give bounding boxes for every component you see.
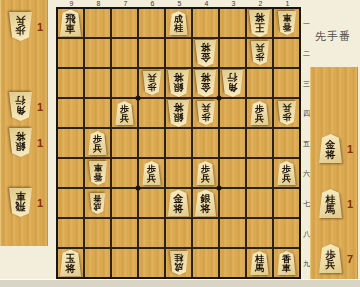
shogi-piece[interactable]: 歩兵 [196,101,216,125]
captured-count: 1 [33,137,47,149]
shogi-app: 歩兵1角行1銀将1飛車1 987654321 飛車成桂王将香車金将歩兵歩兵銀将金… [0,0,360,287]
piece-kanji: 歩兵 [196,161,216,185]
board-cell[interactable] [58,219,83,247]
board-cell[interactable] [139,9,164,37]
shogi-piece[interactable]: 成桂 [169,251,189,275]
board-cell[interactable] [112,159,137,187]
board-cell[interactable] [85,249,110,277]
piece-kanji: 歩兵 [88,131,108,155]
shogi-piece[interactable]: 成香 [89,193,106,214]
board-cell[interactable] [193,9,218,37]
shogi-piece[interactable]: 歩兵 [277,161,297,185]
piece-kanji: 飛車 [8,188,33,217]
shogi-piece[interactable]: 歩兵 [277,101,297,125]
turn-indicator: 先手番 [308,29,358,44]
bottom-bar [0,279,360,287]
shogi-piece[interactable]: 桂馬 [250,251,270,275]
file-label: 8 [85,0,112,7]
star-point [217,186,222,191]
shogi-piece[interactable]: 銀将 [167,70,190,97]
shogi-piece[interactable]: 歩兵 [250,41,270,65]
shogi-piece[interactable]: 成桂 [169,11,189,35]
shogi-piece[interactable]: 香車 [88,161,108,185]
shogi-piece[interactable]: 金将 [318,134,343,163]
board-cell[interactable] [193,219,218,247]
file-label: 1 [274,0,301,7]
piece-kanji: 角行 [221,70,244,97]
piece-kanji: 歩兵 [196,101,216,125]
piece-kanji: 成桂 [169,251,189,275]
piece-kanji: 歩兵 [318,244,343,273]
board-cell[interactable] [220,99,245,127]
piece-kanji: 銀将 [167,70,190,97]
captured-count: 1 [33,21,47,33]
shogi-piece[interactable]: 飛車 [8,188,33,217]
shogi-piece[interactable]: 香車 [277,251,297,275]
shogi-piece[interactable]: 銀将 [194,190,217,217]
board-cell[interactable] [247,69,272,97]
shogi-piece[interactable]: 歩兵 [250,101,270,125]
file-label: 5 [166,0,193,7]
board-cell[interactable] [139,39,164,67]
board-cell[interactable] [112,39,137,67]
shogi-piece[interactable]: 角行 [221,70,244,97]
piece-kanji: 王将 [248,10,271,37]
captured-count: 1 [33,101,47,113]
captured-count: 1 [343,198,357,210]
board-cell[interactable] [112,69,137,97]
board-cell[interactable] [139,99,164,127]
shogi-board: 飛車成桂王将香車金将歩兵歩兵銀将金将角行歩兵銀将歩兵歩兵歩兵歩兵香車歩兵歩兵歩兵… [56,7,301,279]
shogi-piece[interactable]: 王将 [248,10,271,37]
board-cell[interactable] [220,189,245,217]
piece-kanji: 歩兵 [115,101,135,125]
sente-captured-tray: 金将1桂馬1歩兵7 [310,67,358,280]
board-cell[interactable] [139,249,164,277]
shogi-piece[interactable]: 金将 [194,40,217,67]
board-cell[interactable] [139,189,164,217]
piece-kanji: 銀将 [167,100,190,127]
piece-kanji: 歩兵 [277,161,297,185]
board-cell[interactable] [85,39,110,67]
board-cell[interactable] [193,129,218,157]
file-label: 4 [193,0,220,7]
piece-kanji: 成桂 [169,11,189,35]
board-cell[interactable] [247,159,272,187]
board-cell[interactable] [85,99,110,127]
board-cell[interactable] [112,219,137,247]
board-cell[interactable] [85,9,110,37]
piece-kanji: 成香 [89,193,106,214]
shogi-piece[interactable]: 銀将 [8,128,33,157]
board-cell[interactable] [112,249,137,277]
shogi-piece[interactable]: 金将 [194,70,217,97]
shogi-piece[interactable]: 銀将 [167,100,190,127]
piece-kanji: 歩兵 [250,41,270,65]
board-cell[interactable] [85,69,110,97]
file-label: 9 [58,0,85,7]
board-cell[interactable] [112,189,137,217]
board-cell[interactable] [85,219,110,247]
board-cell[interactable] [274,39,299,67]
file-label: 2 [247,0,274,7]
captured-count: 7 [343,253,357,265]
board-cell[interactable] [220,39,245,67]
board-cell[interactable] [220,9,245,37]
shogi-piece[interactable]: 香車 [277,11,297,35]
shogi-piece[interactable]: 角行 [8,92,33,121]
piece-kanji: 歩兵 [8,12,33,41]
board-cell[interactable] [166,159,191,187]
board-cell[interactable] [58,69,83,97]
shogi-piece[interactable]: 歩兵 [318,244,343,273]
board-cell[interactable] [247,189,272,217]
piece-kanji: 桂馬 [250,251,270,275]
captured-count: 1 [33,197,47,209]
piece-kanji: 香車 [277,11,297,35]
piece-kanji: 香車 [277,251,297,275]
board-cell[interactable] [220,129,245,157]
board-cell[interactable] [247,129,272,157]
board-cell[interactable] [139,129,164,157]
board-cell[interactable] [274,189,299,217]
piece-kanji: 飛車 [59,10,82,37]
shogi-piece[interactable]: 歩兵 [88,131,108,155]
piece-kanji: 桂馬 [318,189,343,218]
shogi-piece[interactable]: 玉将 [59,250,82,277]
file-label: 7 [112,0,139,7]
piece-kanji: 歩兵 [277,101,297,125]
board-cell[interactable] [166,129,191,157]
board-cell[interactable] [166,39,191,67]
piece-kanji: 金将 [194,40,217,67]
star-point [136,96,141,101]
file-label: 6 [139,0,166,7]
shogi-piece[interactable]: 飛車 [59,10,82,37]
file-labels: 987654321 [58,0,301,7]
board-cell[interactable] [274,129,299,157]
shogi-piece[interactable]: 歩兵 [196,161,216,185]
piece-kanji: 歩兵 [142,71,162,95]
piece-kanji: 金将 [318,134,343,163]
board-cell[interactable] [220,219,245,247]
piece-kanji: 歩兵 [142,161,162,185]
star-point [136,186,141,191]
piece-kanji: 銀将 [8,128,33,157]
shogi-piece[interactable]: 歩兵 [142,71,162,95]
piece-kanji: 歩兵 [250,101,270,125]
board-cell[interactable] [58,189,83,217]
piece-kanji: 角行 [8,92,33,121]
shogi-piece[interactable]: 歩兵 [115,101,135,125]
board-cell[interactable] [58,39,83,67]
board-cell[interactable] [112,129,137,157]
board-cell[interactable] [58,159,83,187]
board-cell[interactable] [220,249,245,277]
piece-kanji: 銀将 [194,190,217,217]
piece-kanji: 金将 [194,70,217,97]
board-cell[interactable] [220,159,245,187]
shogi-piece[interactable]: 金将 [167,190,190,217]
board-cell[interactable] [58,99,83,127]
piece-kanji: 香車 [88,161,108,185]
board-cell[interactable] [112,9,137,37]
board-cell[interactable] [58,129,83,157]
board-cell[interactable] [274,69,299,97]
board-cell[interactable] [139,219,164,247]
shogi-piece[interactable]: 歩兵 [142,161,162,185]
captured-count: 1 [343,143,357,155]
piece-kanji: 玉将 [59,250,82,277]
shogi-piece[interactable]: 歩兵 [8,12,33,41]
piece-kanji: 金将 [167,190,190,217]
board-cell[interactable] [274,219,299,247]
board-cell[interactable] [247,219,272,247]
board-cell[interactable] [166,219,191,247]
shogi-piece[interactable]: 桂馬 [318,189,343,218]
file-label: 3 [220,0,247,7]
gote-captured-tray: 歩兵1角行1銀将1飛車1 [0,0,48,246]
board-cell[interactable] [193,249,218,277]
